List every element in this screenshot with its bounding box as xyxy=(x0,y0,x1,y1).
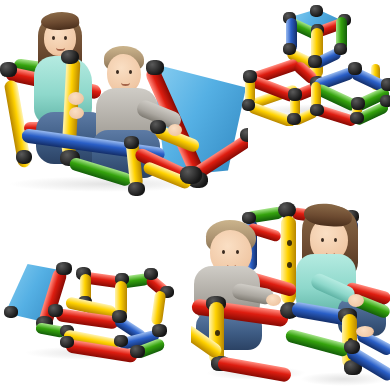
connector xyxy=(144,268,158,280)
connector xyxy=(4,306,18,318)
girl-hand xyxy=(68,92,84,105)
connector xyxy=(242,99,255,111)
connector xyxy=(308,55,322,68)
tube-hole xyxy=(215,330,220,336)
boy-hand xyxy=(168,124,182,136)
connector xyxy=(16,150,32,164)
tube-hole xyxy=(287,262,292,268)
connector xyxy=(288,88,302,101)
connector xyxy=(112,310,127,323)
connector xyxy=(114,335,128,347)
tube-cap xyxy=(150,120,166,134)
connector xyxy=(283,43,296,55)
connector xyxy=(152,324,167,337)
girl-foot xyxy=(356,326,374,337)
boy-smile xyxy=(121,79,130,86)
connector xyxy=(380,95,390,107)
boy-eye xyxy=(222,250,225,254)
product-collage[interactable]: { "image": { "description": "Four-photo … xyxy=(0,0,390,390)
tube-cap xyxy=(56,262,72,275)
tube-green xyxy=(284,328,350,357)
connector xyxy=(310,104,324,116)
connector xyxy=(334,43,347,55)
boy-eye xyxy=(236,250,239,254)
connector xyxy=(124,136,139,149)
connector xyxy=(287,113,301,125)
girl-eye xyxy=(334,238,337,242)
connector xyxy=(243,70,257,83)
girl-eye xyxy=(321,238,324,242)
girl-hand xyxy=(348,294,364,307)
connector xyxy=(180,166,202,184)
connector xyxy=(130,345,145,358)
girl-hand xyxy=(69,107,84,119)
connector xyxy=(350,112,364,124)
girl-eye xyxy=(64,36,67,40)
tube-hole xyxy=(287,240,292,246)
tube-yellow xyxy=(151,290,167,325)
connector xyxy=(310,5,323,17)
connector xyxy=(128,182,145,196)
tube-cap xyxy=(48,304,63,317)
tube-cap xyxy=(61,50,79,64)
connector xyxy=(348,62,362,75)
boy-hand xyxy=(266,294,281,306)
connector xyxy=(344,340,360,354)
connector xyxy=(351,97,365,110)
connector xyxy=(0,62,17,77)
girl-eye xyxy=(52,36,55,40)
boy-eye xyxy=(129,70,132,74)
tube-cap xyxy=(240,128,257,142)
tube-cap xyxy=(146,60,164,75)
connector xyxy=(60,336,74,348)
connector xyxy=(381,78,390,91)
boy-eye xyxy=(116,70,119,74)
